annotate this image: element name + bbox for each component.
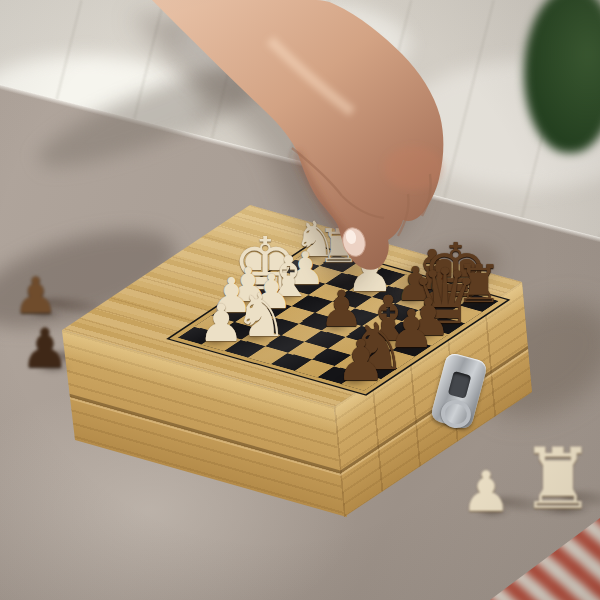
forearm-and-hand <box>152 0 443 270</box>
hand <box>0 0 600 600</box>
scene: ♞♜♝♚♜♟♟♟♛♚♝♟♟♟♟♝♟♟♞♞♟♟♟♟♟♜♟ <box>0 0 600 600</box>
